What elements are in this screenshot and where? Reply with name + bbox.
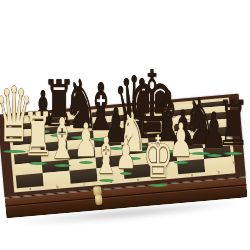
white-bishop[interactable]: ♝ bbox=[81, 131, 131, 181]
white-king[interactable]: ♚ bbox=[129, 128, 187, 186]
white-bishop-glyph: ♝ bbox=[46, 110, 78, 167]
chess-set-photo: abcdefgh 87654321 ♟♜♞♝♟♛♚♝♟♞♟♜♛♜♝♟♞♝♟♚♟♟ bbox=[0, 0, 250, 250]
pieces-layer: ♟♜♞♝♟♛♚♝♟♞♟♜♛♜♝♟♞♝♟♚♟♟ bbox=[0, 0, 250, 250]
white-bishop-glyph: ♝ bbox=[92, 131, 121, 182]
white-king-glyph: ♚ bbox=[141, 128, 175, 187]
